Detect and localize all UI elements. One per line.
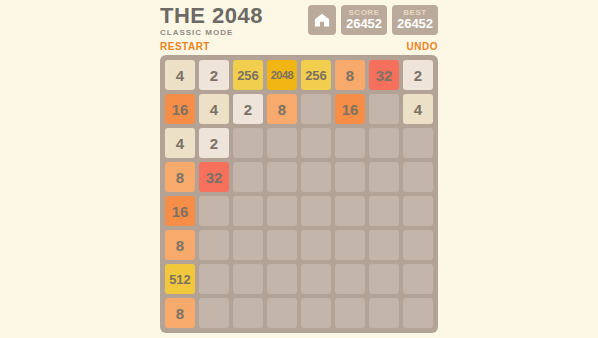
tile-8: 8 xyxy=(165,162,195,192)
empty-cell xyxy=(369,128,399,158)
empty-cell xyxy=(267,264,297,294)
tile-4: 4 xyxy=(165,60,195,90)
empty-cell xyxy=(267,196,297,226)
empty-cell xyxy=(403,230,433,260)
empty-cell xyxy=(267,162,297,192)
tile-8: 8 xyxy=(335,60,365,90)
tile-32: 32 xyxy=(199,162,229,192)
title-block: THE 2048 CLASSIC MODE xyxy=(160,5,263,37)
empty-cell xyxy=(233,162,263,192)
empty-cell xyxy=(301,128,331,158)
empty-cell xyxy=(301,264,331,294)
tile-512: 512 xyxy=(165,264,195,294)
empty-cell xyxy=(233,128,263,158)
header: THE 2048 CLASSIC MODE SCORE 26452 BEST xyxy=(160,0,438,38)
tile-2: 2 xyxy=(403,60,433,90)
tile-8: 8 xyxy=(267,94,297,124)
empty-cell xyxy=(403,162,433,192)
tile-2: 2 xyxy=(199,128,229,158)
tile-2: 2 xyxy=(199,60,229,90)
empty-cell xyxy=(369,264,399,294)
empty-cell xyxy=(403,196,433,226)
empty-cell xyxy=(301,162,331,192)
tile-256: 256 xyxy=(233,60,263,90)
empty-cell xyxy=(267,230,297,260)
home-icon xyxy=(313,11,331,29)
tile-16: 16 xyxy=(165,94,195,124)
tile-4: 4 xyxy=(199,94,229,124)
empty-cell xyxy=(267,128,297,158)
actions-row: RESTART UNDO xyxy=(160,41,438,53)
empty-cell xyxy=(199,298,229,328)
empty-cell xyxy=(335,196,365,226)
app-subtitle: CLASSIC MODE xyxy=(160,29,263,37)
tile-4: 4 xyxy=(403,94,433,124)
empty-cell xyxy=(335,298,365,328)
empty-cell xyxy=(369,230,399,260)
empty-cell xyxy=(369,196,399,226)
empty-cell xyxy=(335,264,365,294)
empty-cell xyxy=(335,162,365,192)
best-value: 26452 xyxy=(397,17,433,31)
tile-2: 2 xyxy=(233,94,263,124)
empty-cell xyxy=(335,128,365,158)
empty-cell xyxy=(301,298,331,328)
empty-cell xyxy=(301,94,331,124)
tile-8: 8 xyxy=(165,298,195,328)
empty-cell xyxy=(199,264,229,294)
tile-32: 32 xyxy=(369,60,399,90)
empty-cell xyxy=(301,230,331,260)
empty-cell xyxy=(369,162,399,192)
undo-button[interactable]: UNDO xyxy=(407,41,438,53)
empty-cell xyxy=(233,264,263,294)
empty-cell xyxy=(403,128,433,158)
empty-cell xyxy=(233,230,263,260)
empty-cell xyxy=(369,298,399,328)
empty-cell xyxy=(301,196,331,226)
tile-2048: 2048 xyxy=(267,60,297,90)
empty-cell xyxy=(267,298,297,328)
empty-cell xyxy=(233,196,263,226)
home-button[interactable] xyxy=(308,5,336,35)
empty-cell xyxy=(233,298,263,328)
empty-cell xyxy=(403,298,433,328)
empty-cell xyxy=(403,264,433,294)
restart-button[interactable]: RESTART xyxy=(160,41,210,53)
score-box: SCORE 26452 xyxy=(341,5,387,35)
score-value: 26452 xyxy=(346,17,382,31)
empty-cell xyxy=(369,94,399,124)
best-box: BEST 26452 xyxy=(392,5,438,35)
empty-cell xyxy=(335,230,365,260)
empty-cell xyxy=(199,230,229,260)
app-title: THE 2048 xyxy=(160,5,263,27)
hud: SCORE 26452 BEST 26452 xyxy=(308,5,438,35)
board[interactable]: 422562048256832216428164428321685128 xyxy=(160,55,438,333)
tile-16: 16 xyxy=(335,94,365,124)
tile-4: 4 xyxy=(165,128,195,158)
tile-8: 8 xyxy=(165,230,195,260)
empty-cell xyxy=(199,196,229,226)
app-window: THE 2048 CLASSIC MODE SCORE 26452 BEST xyxy=(0,0,598,338)
tile-16: 16 xyxy=(165,196,195,226)
tile-256: 256 xyxy=(301,60,331,90)
